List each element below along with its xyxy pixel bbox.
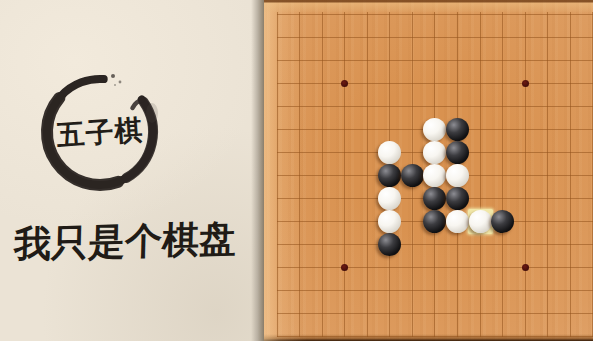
grid-line [480, 12, 481, 337]
stone-white [423, 164, 446, 187]
stone-black [401, 164, 424, 187]
stone-black [446, 118, 469, 141]
grid-line [277, 244, 593, 245]
stone-white [446, 210, 469, 233]
stone-white [378, 210, 401, 233]
title-panel: 五子棋 我只是个棋盘 [0, 0, 264, 341]
stone-black [378, 164, 401, 187]
stone-black [446, 141, 469, 164]
stone-white [378, 141, 401, 164]
stone-white [469, 210, 492, 233]
stone-white [423, 141, 446, 164]
grid-line [570, 12, 571, 337]
stone-black [446, 187, 469, 210]
tagline: 我只是个棋盘 [0, 217, 261, 266]
grid-line [525, 12, 526, 337]
star-point [341, 80, 348, 87]
grid-line [277, 290, 593, 291]
stone-black [423, 187, 446, 210]
stone-white [378, 187, 401, 210]
grid-line [547, 12, 548, 337]
grid-line [502, 12, 503, 337]
star-point [341, 264, 348, 271]
gomoku-board[interactable] [264, 0, 593, 341]
star-point [522, 80, 529, 87]
grid-line [277, 313, 593, 314]
grid-line [277, 267, 593, 268]
stone-black [491, 210, 514, 233]
stone-black [423, 210, 446, 233]
gomoku-app: 五子棋 我只是个棋盘 [0, 0, 593, 341]
stone-white [423, 118, 446, 141]
grid-line [277, 336, 593, 337]
enso-logo: 五子棋 [25, 57, 175, 209]
stone-white [446, 164, 469, 187]
stone-black [378, 233, 401, 256]
star-point [522, 264, 529, 271]
